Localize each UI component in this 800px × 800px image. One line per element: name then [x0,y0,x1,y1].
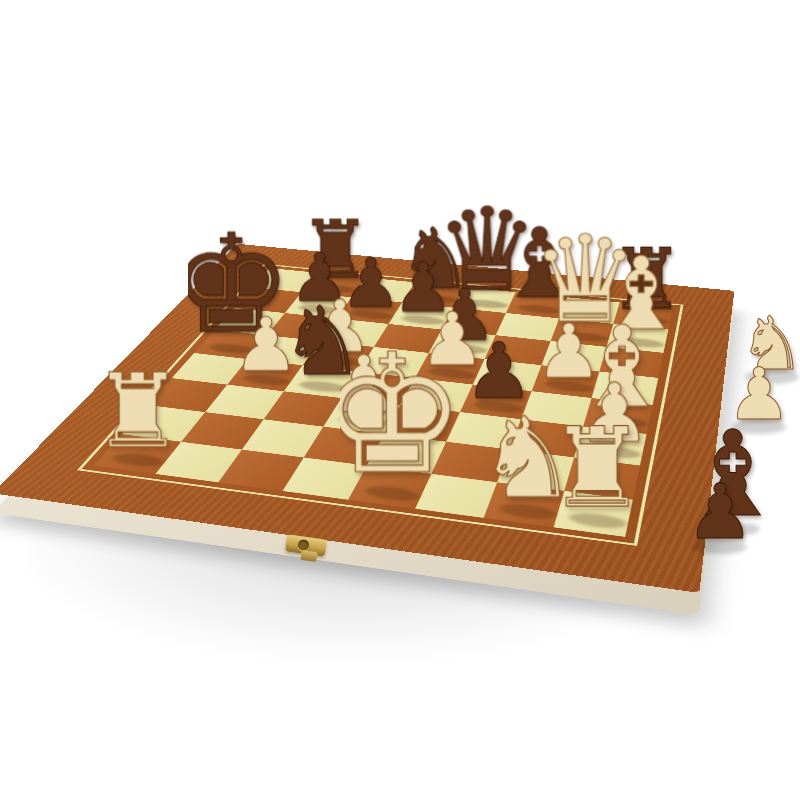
offboard-black-pawn[interactable]: ♟ [660,472,780,548]
black-pawn-glyph: ♟ [686,476,754,548]
white-rook-glyph: ♜ [87,363,187,460]
white-king-glyph: ♚ [339,337,444,494]
piece-shadow [693,540,747,554]
clasp-tab [300,550,317,562]
white-rook-glyph: ♜ [543,416,651,521]
chess-set-photo: ♜♞♛♝♜♟♟♟♛♝♟♚♟♟♟♟♞♟♝♟♟♜♚♞♜ ♞♟♝♟ [0,0,800,800]
